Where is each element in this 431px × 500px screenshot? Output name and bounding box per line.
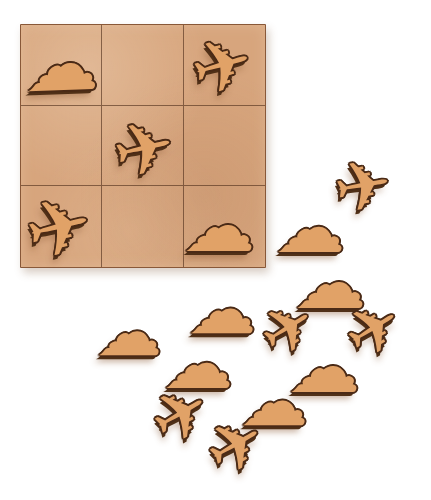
cell-r2c1[interactable] [102,186,183,267]
product-photo: ☁ ✈ ✈ ✈ ☁ ✈ ☁ ☁ ☁ ✈ ✈ ☁ ☁ ☁ ☁ ✈ ✈ [0,0,431,500]
board-piece-cloud-r2c2[interactable]: ☁ [183,190,255,262]
cell-r0c1[interactable] [102,25,183,106]
loose-cloud-4[interactable]: ☁ [96,300,162,366]
cell-r1c2[interactable] [184,106,265,187]
cell-r1c0[interactable] [21,106,102,187]
board-piece-cloud-r0c0[interactable]: ☁ [23,26,100,103]
